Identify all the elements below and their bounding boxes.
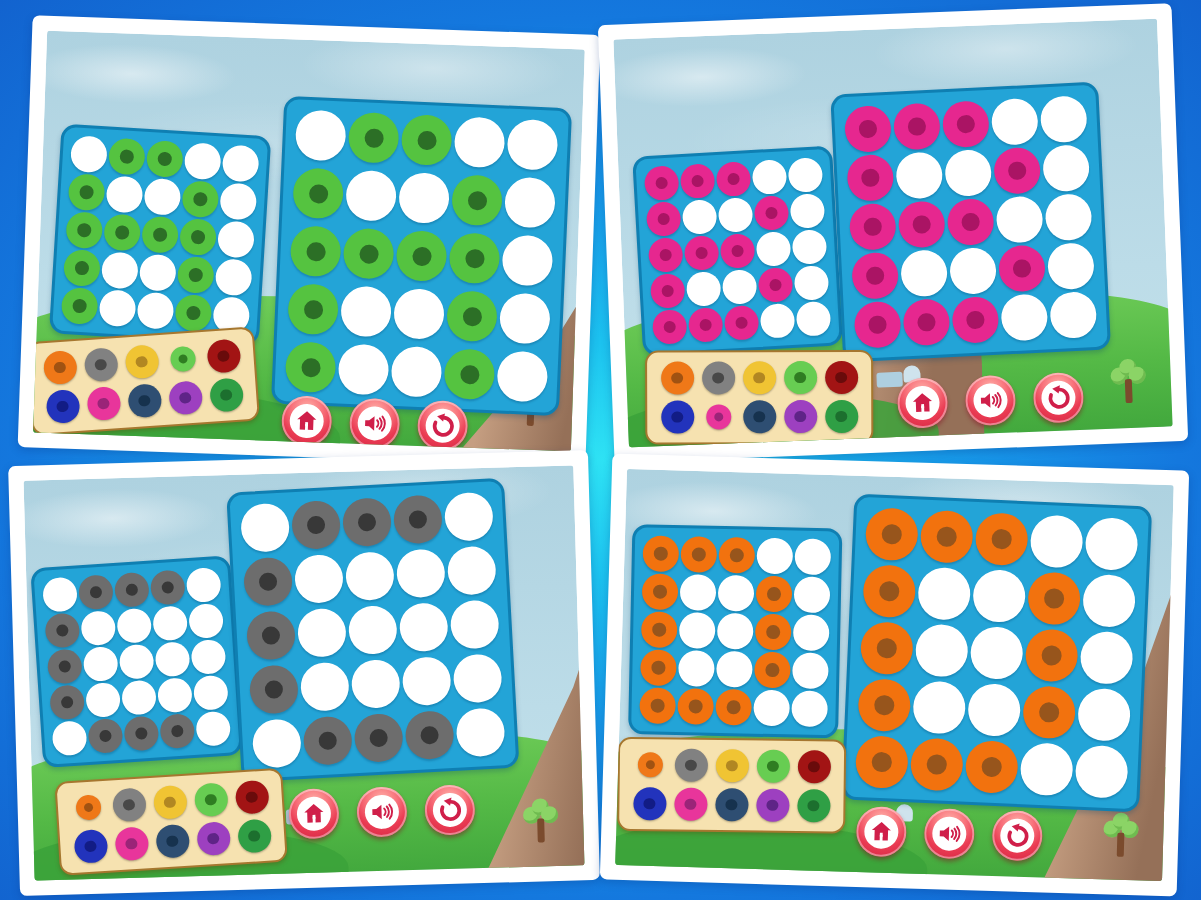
peg-pink[interactable]	[993, 147, 1041, 195]
empty-peg-hole[interactable]	[300, 661, 351, 712]
peg-green[interactable]	[401, 114, 453, 166]
empty-peg-hole[interactable]	[895, 151, 943, 199]
palette-dot-gray[interactable]	[702, 361, 735, 394]
peg-green[interactable]	[290, 225, 342, 277]
empty-peg-hole	[190, 639, 226, 675]
palette-dot-core	[164, 796, 177, 809]
peg-orange[interactable]	[1027, 571, 1081, 625]
peg-core	[417, 130, 437, 150]
sound-button[interactable]	[965, 374, 1017, 426]
empty-peg-hole[interactable]	[1047, 242, 1095, 290]
empty-peg-hole	[42, 577, 78, 613]
peg-core	[188, 268, 202, 282]
peg-core	[1008, 162, 1026, 180]
player-board	[271, 96, 572, 416]
palette-dot-navy[interactable]	[743, 400, 776, 433]
peg-core	[659, 248, 673, 262]
peg-gray[interactable]	[393, 494, 444, 545]
palette-dot-pink[interactable]	[674, 788, 707, 821]
game-scene	[33, 31, 585, 452]
empty-peg-hole[interactable]	[1044, 193, 1092, 241]
restart-button[interactable]	[992, 810, 1043, 861]
palette-dot-green[interactable]	[209, 377, 244, 412]
restart-button[interactable]	[417, 400, 469, 451]
palette-dot-core	[179, 392, 192, 405]
peg-core	[125, 583, 139, 597]
peg-pink[interactable]	[951, 296, 999, 344]
empty-peg-hole	[98, 289, 136, 327]
restart-button[interactable]	[424, 784, 475, 835]
reference-board	[632, 146, 843, 357]
sound-button[interactable]	[349, 398, 401, 450]
peg-orange[interactable]	[1022, 685, 1076, 739]
peg-pink[interactable]	[846, 154, 894, 202]
empty-peg-hole[interactable]	[398, 602, 449, 653]
empty-peg-hole	[716, 651, 753, 688]
empty-peg-hole[interactable]	[1075, 745, 1129, 799]
empty-peg-hole[interactable]	[348, 605, 399, 656]
peg-gray[interactable]	[302, 715, 353, 766]
palette-dot-core	[794, 411, 806, 423]
empty-peg-hole[interactable]	[453, 116, 505, 168]
palette-dot-pink[interactable]	[86, 386, 121, 421]
empty-peg-hole	[193, 675, 229, 711]
peg-pink[interactable]	[942, 100, 990, 148]
palette-dot-core	[645, 760, 654, 769]
palette-dot-core	[217, 350, 230, 363]
peg-core	[261, 626, 280, 645]
sound-button[interactable]	[924, 808, 975, 859]
palette-dot-core	[204, 793, 217, 806]
peg-green[interactable]	[287, 283, 339, 335]
palette-dot-green[interactable]	[797, 789, 830, 822]
empty-peg-hole[interactable]	[972, 569, 1026, 623]
peg-gray	[47, 648, 83, 684]
peg-core	[89, 585, 103, 599]
peg-core	[767, 587, 781, 601]
empty-peg-hole	[85, 682, 121, 718]
empty-peg-hole[interactable]	[912, 680, 966, 734]
home-button[interactable]	[897, 377, 949, 429]
peg-pink[interactable]	[902, 298, 950, 346]
peg-gray	[123, 715, 159, 751]
empty-peg-hole[interactable]	[297, 608, 348, 659]
screenshot-panel-letter-c	[8, 450, 600, 896]
empty-peg-hole[interactable]	[295, 109, 347, 161]
peg-gray[interactable]	[353, 713, 404, 764]
peg-core	[60, 695, 74, 709]
empty-peg-hole[interactable]	[944, 149, 992, 197]
peg-core	[881, 524, 902, 545]
empty-peg-hole	[80, 610, 116, 646]
palette-dot-light-green[interactable]	[784, 361, 817, 394]
empty-peg-hole[interactable]	[1079, 631, 1133, 685]
peg-orange	[718, 537, 755, 574]
peg-core	[961, 213, 979, 231]
empty-peg-hole	[83, 646, 119, 682]
palette-dot-gray[interactable]	[674, 749, 707, 782]
peg-gray[interactable]	[404, 710, 455, 761]
peg-green	[108, 138, 146, 176]
home-icon	[864, 814, 899, 849]
peg-pink[interactable]	[893, 102, 941, 150]
peg-pink[interactable]	[853, 301, 901, 349]
peg-gray[interactable]	[246, 610, 297, 661]
peg-pink[interactable]	[849, 203, 897, 251]
peg-orange[interactable]	[857, 678, 911, 732]
peg-core	[306, 241, 326, 261]
empty-peg-hole[interactable]	[449, 599, 500, 650]
empty-peg-hole[interactable]	[1020, 742, 1074, 796]
empty-peg-hole[interactable]	[401, 656, 452, 707]
empty-peg-hole[interactable]	[345, 170, 397, 222]
empty-peg-hole	[756, 231, 792, 267]
palette-dot-core	[94, 358, 107, 371]
peg-orange	[677, 688, 714, 725]
peg-pink	[648, 237, 684, 273]
home-icon	[905, 385, 940, 420]
reference-board	[30, 555, 243, 768]
home-button[interactable]	[288, 788, 339, 839]
color-palette-tray	[645, 350, 873, 445]
empty-peg-hole	[753, 690, 790, 727]
peg-core	[120, 149, 134, 163]
palette-dot-purple[interactable]	[784, 400, 817, 433]
empty-peg-hole[interactable]	[240, 502, 291, 553]
palette-dot-orange[interactable]	[661, 361, 694, 394]
peg-pink	[684, 235, 720, 271]
peg-core	[695, 246, 709, 260]
home-button[interactable]	[281, 395, 333, 447]
peg-green[interactable]	[292, 167, 344, 219]
peg-core	[765, 206, 779, 220]
peg-core	[652, 623, 666, 637]
empty-peg-hole[interactable]	[398, 172, 450, 224]
peg-core	[876, 638, 897, 659]
empty-peg-hole[interactable]	[1030, 514, 1084, 568]
tree	[1102, 812, 1139, 859]
peg-core	[731, 244, 745, 258]
empty-peg-hole[interactable]	[1077, 688, 1131, 742]
empty-peg-hole[interactable]	[900, 249, 948, 297]
palette-dot-core	[84, 840, 97, 853]
palette-dot-light-green[interactable]	[756, 750, 789, 783]
empty-peg-hole[interactable]	[1084, 517, 1138, 571]
peg-green[interactable]	[348, 112, 400, 164]
peg-core	[769, 278, 783, 292]
empty-peg-hole[interactable]	[345, 551, 396, 602]
empty-peg-hole	[790, 193, 826, 229]
empty-peg-hole	[794, 538, 831, 575]
palette-dot-core	[684, 798, 696, 810]
palette-dot-navy[interactable]	[127, 383, 162, 418]
empty-peg-hole[interactable]	[1049, 291, 1097, 339]
game-scene	[613, 19, 1172, 448]
peg-pink	[688, 307, 724, 343]
peg-gray[interactable]	[249, 664, 300, 715]
palette-dot-core	[725, 799, 737, 811]
peg-green[interactable]	[285, 341, 337, 393]
palette-dot-orange[interactable]	[75, 794, 102, 821]
peg-core	[926, 754, 947, 775]
palette-dot-pink[interactable]	[706, 404, 731, 429]
peg-green[interactable]	[448, 232, 500, 284]
peg-green	[174, 294, 212, 332]
empty-peg-hole[interactable]	[446, 545, 497, 596]
palette-dot-blue[interactable]	[661, 400, 694, 433]
palette-dot-blue[interactable]	[633, 787, 666, 820]
screenshot-panel-letter-b	[598, 3, 1188, 463]
empty-peg-hole[interactable]	[995, 196, 1043, 244]
empty-peg-hole[interactable]	[1042, 144, 1090, 192]
peg-pink	[650, 273, 686, 309]
peg-core	[864, 218, 882, 236]
empty-peg-hole[interactable]	[915, 624, 969, 678]
sound-icon	[932, 816, 967, 851]
empty-peg-hole	[51, 720, 87, 756]
palette-dot-dark-red[interactable]	[234, 780, 269, 815]
palette-dot-core	[83, 803, 93, 813]
empty-peg-hole[interactable]	[252, 718, 303, 769]
palette-dot-core	[835, 410, 847, 422]
empty-peg-hole	[215, 258, 253, 296]
palette-dot-core	[56, 400, 69, 413]
peg-core	[861, 169, 879, 187]
peg-core	[651, 661, 665, 675]
empty-peg-hole[interactable]	[504, 177, 556, 229]
empty-peg-hole[interactable]	[991, 98, 1039, 146]
empty-peg-hole[interactable]	[340, 286, 392, 338]
empty-peg-hole[interactable]	[455, 707, 506, 758]
empty-peg-hole[interactable]	[967, 683, 1021, 737]
empty-peg-hole	[195, 711, 231, 747]
peg-core	[56, 624, 70, 638]
peg-orange[interactable]	[862, 564, 916, 618]
palette-dot-dark-red[interactable]	[825, 361, 858, 394]
palette-dot-core	[207, 832, 220, 845]
peg-core	[730, 548, 744, 562]
peg-green[interactable]	[343, 228, 395, 280]
peg-core	[655, 176, 669, 190]
peg-orange[interactable]	[855, 735, 909, 789]
peg-core	[465, 248, 485, 268]
palette-dot-orange[interactable]	[637, 752, 662, 777]
peg-gray[interactable]	[291, 500, 342, 551]
sound-icon	[357, 406, 392, 441]
palette-dot-navy[interactable]	[155, 824, 190, 859]
empty-peg-hole[interactable]	[294, 554, 345, 605]
palette-dot-core	[123, 799, 136, 812]
palette-dot-navy[interactable]	[715, 788, 748, 821]
peg-green	[103, 213, 141, 251]
palette-dot-core	[753, 411, 765, 423]
peg-orange[interactable]	[975, 512, 1029, 566]
peg-gray[interactable]	[342, 497, 393, 548]
palette-dot-core	[138, 394, 151, 407]
peg-core	[318, 731, 337, 750]
palette-dot-orange[interactable]	[42, 350, 77, 385]
peg-core	[408, 510, 427, 529]
empty-peg-hole	[794, 576, 831, 613]
reference-board	[628, 524, 842, 738]
empty-peg-hole[interactable]	[1082, 574, 1136, 628]
peg-orange	[640, 649, 677, 686]
empty-peg-hole[interactable]	[917, 567, 971, 621]
player-board	[841, 494, 1152, 813]
peg-green[interactable]	[395, 230, 447, 282]
peg-orange[interactable]	[860, 621, 914, 675]
palette-dot-core	[753, 372, 765, 384]
peg-orange	[715, 689, 752, 726]
empty-peg-hole	[791, 690, 828, 727]
empty-peg-hole[interactable]	[499, 292, 551, 344]
empty-peg-hole	[143, 178, 181, 216]
peg-core	[868, 316, 886, 334]
empty-peg-hole[interactable]	[496, 350, 548, 402]
peg-gray	[159, 713, 195, 749]
empty-peg-hole	[121, 680, 157, 716]
peg-core	[699, 318, 713, 332]
palette-dot-light-green[interactable]	[193, 782, 228, 817]
palette-dot-dark-red[interactable]	[206, 339, 241, 374]
peg-core	[75, 261, 89, 275]
palette-dot-purple[interactable]	[756, 789, 789, 822]
peg-core	[657, 212, 671, 226]
palette-dot-yellow[interactable]	[152, 785, 187, 820]
peg-core	[79, 185, 93, 199]
peg-green[interactable]	[451, 174, 503, 226]
empty-peg-hole	[184, 142, 222, 180]
peg-core	[874, 695, 895, 716]
peg-orange[interactable]	[965, 740, 1019, 794]
palette-dot-purple[interactable]	[168, 380, 203, 415]
palette-dot-yellow[interactable]	[715, 749, 748, 782]
peg-pink	[652, 309, 688, 345]
peg-core	[170, 724, 184, 738]
empty-peg-hole[interactable]	[396, 548, 447, 599]
peg-gray[interactable]	[243, 556, 294, 607]
empty-peg-hole	[70, 135, 108, 173]
palette-dot-blue[interactable]	[45, 389, 80, 424]
peg-core	[308, 183, 328, 203]
peg-core	[158, 152, 172, 166]
tree	[1110, 358, 1148, 405]
palette-dot-core	[767, 760, 779, 772]
peg-core	[99, 729, 113, 743]
peg-pink[interactable]	[851, 252, 899, 300]
peg-core	[957, 115, 975, 133]
palette-dot-green[interactable]	[825, 400, 858, 433]
tree	[522, 798, 559, 845]
peg-core	[727, 172, 741, 186]
peg-orange[interactable]	[865, 507, 919, 561]
peg-orange	[642, 573, 679, 610]
restart-button[interactable]	[1033, 372, 1085, 424]
palette-dot-green[interactable]	[237, 819, 272, 854]
button-row	[288, 784, 475, 839]
peg-core	[412, 246, 432, 266]
peg-core	[692, 547, 706, 561]
palette-dot-dark-red[interactable]	[797, 750, 830, 783]
empty-peg-hole[interactable]	[1040, 95, 1088, 143]
peg-green[interactable]	[446, 290, 498, 342]
peg-core	[936, 526, 957, 547]
palette-dot-gray[interactable]	[83, 347, 118, 382]
peg-core	[135, 727, 149, 741]
peg-core	[364, 128, 384, 148]
palette-dot-core	[125, 837, 138, 850]
empty-peg-hole[interactable]	[444, 491, 495, 542]
peg-green	[181, 180, 219, 218]
palette-dot-gray[interactable]	[111, 787, 146, 822]
screenshot-panel-letter-a	[18, 15, 601, 467]
peg-core	[153, 228, 167, 242]
peg-pink[interactable]	[947, 198, 995, 246]
peg-green	[177, 256, 215, 294]
palette-dot-pink[interactable]	[114, 826, 149, 861]
palette-dot-yellow[interactable]	[743, 361, 776, 394]
peg-orange[interactable]	[910, 737, 964, 791]
empty-peg-hole	[188, 603, 224, 639]
home-button[interactable]	[856, 806, 907, 857]
peg-core	[872, 752, 893, 773]
empty-peg-hole	[756, 538, 793, 575]
empty-peg-hole[interactable]	[337, 343, 389, 395]
peg-green[interactable]	[443, 348, 495, 400]
peg-core	[663, 320, 677, 334]
player-board	[226, 478, 519, 783]
peg-green	[146, 140, 184, 178]
palette-dot-core	[766, 799, 778, 811]
empty-peg-hole[interactable]	[501, 234, 553, 286]
empty-peg-hole[interactable]	[350, 659, 401, 710]
peg-orange[interactable]	[920, 510, 974, 564]
palette-dot-light-green[interactable]	[169, 346, 196, 373]
empty-peg-hole[interactable]	[390, 346, 442, 398]
peg-green	[65, 211, 103, 249]
peg-core	[420, 726, 439, 745]
peg-core	[1013, 259, 1031, 277]
button-row	[897, 372, 1085, 429]
empty-peg-hole[interactable]	[949, 247, 997, 295]
peg-core	[879, 581, 900, 602]
peg-orange[interactable]	[1025, 628, 1079, 682]
empty-peg-hole[interactable]	[970, 626, 1024, 680]
palette-dot-blue[interactable]	[73, 829, 108, 864]
empty-peg-hole[interactable]	[506, 119, 558, 171]
peg-pink[interactable]	[844, 105, 892, 153]
palette-dot-yellow[interactable]	[124, 344, 159, 379]
peg-orange	[755, 614, 792, 651]
peg-orange	[641, 611, 678, 648]
empty-peg-hole[interactable]	[1000, 293, 1048, 341]
button-row	[856, 806, 1043, 861]
peg-green	[63, 249, 101, 287]
sound-button[interactable]	[356, 786, 407, 837]
palette-dot-core	[671, 411, 683, 423]
peg-pink[interactable]	[998, 244, 1046, 292]
peg-core	[1044, 588, 1065, 609]
peg-gray	[150, 569, 186, 605]
peg-pink[interactable]	[898, 200, 946, 248]
peg-core	[651, 699, 665, 713]
empty-peg-hole[interactable]	[393, 288, 445, 340]
empty-peg-hole	[792, 652, 829, 689]
empty-peg-hole[interactable]	[452, 653, 503, 704]
peg-core	[258, 572, 277, 591]
palette-dot-purple[interactable]	[196, 821, 231, 856]
empty-peg-hole	[219, 182, 257, 220]
